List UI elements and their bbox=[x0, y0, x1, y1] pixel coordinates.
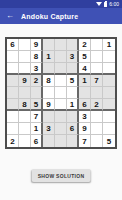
sudoku-cell[interactable] bbox=[7, 51, 19, 63]
sudoku-cell[interactable]: 8 bbox=[43, 75, 55, 87]
sudoku-cell[interactable] bbox=[55, 39, 67, 51]
sudoku-cell[interactable]: 3 bbox=[67, 51, 79, 63]
status-bar: 6:00 bbox=[0, 0, 122, 8]
sudoku-cell[interactable]: 7 bbox=[91, 75, 103, 87]
sudoku-cell[interactable]: 2 bbox=[91, 99, 103, 111]
sudoku-cell[interactable] bbox=[43, 135, 55, 147]
sudoku-cell[interactable]: 5 bbox=[31, 99, 43, 111]
sudoku-cell[interactable] bbox=[55, 99, 67, 111]
sudoku-cell[interactable]: 9 bbox=[79, 123, 91, 135]
sudoku-cell[interactable] bbox=[55, 123, 67, 135]
sudoku-cell[interactable]: 6 bbox=[67, 123, 79, 135]
sudoku-cell[interactable] bbox=[43, 111, 55, 123]
wifi-icon bbox=[96, 2, 102, 6]
sudoku-cell[interactable]: 3 bbox=[31, 63, 43, 75]
sudoku-cell[interactable] bbox=[91, 39, 103, 51]
sudoku-cell[interactable] bbox=[91, 87, 103, 99]
sudoku-cell[interactable] bbox=[7, 63, 19, 75]
sudoku-cell[interactable] bbox=[103, 99, 115, 111]
sudoku-cell[interactable]: 9 bbox=[19, 75, 31, 87]
sudoku-cell[interactable] bbox=[103, 111, 115, 123]
sudoku-cell[interactable]: 7 bbox=[79, 135, 91, 147]
sudoku-cell[interactable] bbox=[7, 111, 19, 123]
back-arrow-icon[interactable]: ← bbox=[6, 12, 14, 20]
sudoku-cell[interactable] bbox=[67, 63, 79, 75]
sudoku-cell[interactable]: 1 bbox=[79, 75, 91, 87]
sudoku-cell[interactable] bbox=[91, 111, 103, 123]
sudoku-cell[interactable] bbox=[103, 63, 115, 75]
status-time: 6:00 bbox=[109, 2, 119, 7]
sudoku-cell[interactable] bbox=[19, 111, 31, 123]
content-area: 69218135349285178591627313692675 SHOW SO… bbox=[0, 24, 122, 200]
sudoku-cell[interactable]: 6 bbox=[31, 135, 43, 147]
sudoku-cell[interactable]: 3 bbox=[43, 123, 55, 135]
sudoku-cell[interactable] bbox=[7, 87, 19, 99]
sudoku-cell[interactable] bbox=[19, 135, 31, 147]
sudoku-cell[interactable]: 1 bbox=[103, 39, 115, 51]
sudoku-cell[interactable]: 4 bbox=[79, 63, 91, 75]
sudoku-cell[interactable] bbox=[43, 63, 55, 75]
screen: 6:00 ← Andoku Capture 692181353492851785… bbox=[0, 0, 122, 200]
sudoku-cell[interactable] bbox=[67, 87, 79, 99]
sudoku-cell[interactable]: 6 bbox=[7, 39, 19, 51]
sudoku-cell[interactable] bbox=[55, 51, 67, 63]
sudoku-cell[interactable]: 7 bbox=[31, 111, 43, 123]
sudoku-cell[interactable]: 9 bbox=[31, 39, 43, 51]
sudoku-cell[interactable] bbox=[55, 63, 67, 75]
sudoku-cell[interactable] bbox=[67, 111, 79, 123]
sudoku-cell[interactable] bbox=[55, 87, 67, 99]
sudoku-cell[interactable]: 8 bbox=[31, 51, 43, 63]
sudoku-cell[interactable] bbox=[31, 87, 43, 99]
sudoku-cell[interactable] bbox=[79, 87, 91, 99]
sudoku-cell[interactable] bbox=[19, 123, 31, 135]
sudoku-cell[interactable]: 9 bbox=[43, 99, 55, 111]
sudoku-cell[interactable]: 5 bbox=[79, 51, 91, 63]
sudoku-cell[interactable] bbox=[19, 87, 31, 99]
sudoku-cell[interactable] bbox=[19, 51, 31, 63]
sudoku-cell[interactable] bbox=[43, 87, 55, 99]
sudoku-cell[interactable] bbox=[103, 51, 115, 63]
sudoku-cell[interactable] bbox=[91, 123, 103, 135]
sudoku-cell[interactable]: 5 bbox=[67, 75, 79, 87]
sudoku-cell[interactable] bbox=[7, 75, 19, 87]
sudoku-cell[interactable] bbox=[103, 123, 115, 135]
sudoku-cell[interactable] bbox=[67, 39, 79, 51]
sudoku-cell[interactable]: 2 bbox=[7, 135, 19, 147]
sudoku-cell[interactable]: 2 bbox=[31, 75, 43, 87]
sudoku-cell[interactable]: 3 bbox=[79, 111, 91, 123]
sudoku-cell[interactable] bbox=[43, 39, 55, 51]
sudoku-cell[interactable] bbox=[103, 75, 115, 87]
sudoku-cell[interactable] bbox=[19, 39, 31, 51]
sudoku-cell[interactable] bbox=[19, 63, 31, 75]
sudoku-cell[interactable] bbox=[7, 123, 19, 135]
sudoku-cell[interactable] bbox=[7, 99, 19, 111]
page-title: Andoku Capture bbox=[21, 13, 78, 20]
sudoku-cell[interactable]: 6 bbox=[79, 99, 91, 111]
sudoku-cell[interactable] bbox=[55, 135, 67, 147]
app-bar: ← Andoku Capture bbox=[0, 8, 122, 24]
sudoku-cell[interactable] bbox=[55, 111, 67, 123]
sudoku-cell[interactable]: 1 bbox=[31, 123, 43, 135]
sudoku-cell[interactable] bbox=[103, 87, 115, 99]
sudoku-cell[interactable]: 5 bbox=[103, 135, 115, 147]
sudoku-cell[interactable]: 2 bbox=[79, 39, 91, 51]
sudoku-cell[interactable]: 8 bbox=[19, 99, 31, 111]
sudoku-cell[interactable] bbox=[91, 63, 103, 75]
battery-icon bbox=[104, 2, 107, 7]
sudoku-cell[interactable] bbox=[91, 51, 103, 63]
sudoku-cell[interactable]: 1 bbox=[43, 51, 55, 63]
sudoku-board: 69218135349285178591627313692675 bbox=[5, 37, 117, 149]
sudoku-cell[interactable] bbox=[67, 135, 79, 147]
sudoku-cell[interactable] bbox=[55, 75, 67, 87]
sudoku-cell[interactable] bbox=[91, 135, 103, 147]
show-solution-button[interactable]: SHOW SOLUTION bbox=[32, 169, 91, 182]
sudoku-cell[interactable]: 1 bbox=[67, 99, 79, 111]
